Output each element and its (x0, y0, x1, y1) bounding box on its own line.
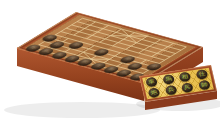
piece-glyph: 卒 (97, 50, 107, 54)
piece-glyph: 車 (29, 46, 39, 50)
drawer-piece-glyph: 炮 (150, 90, 158, 96)
piece-glyph: 馬 (42, 50, 52, 54)
drawer-piece[interactable]: 相 (179, 71, 192, 82)
piece-glyph: 卒 (71, 43, 81, 47)
drawer-piece[interactable]: 馬 (162, 74, 175, 85)
piece-glyph: 象 (106, 68, 116, 72)
board-piece-p[interactable]: 卒 (66, 41, 86, 50)
piece-glyph: 士 (93, 64, 103, 68)
piece-glyph: 卒 (149, 65, 159, 69)
drawer-piece-glyph: 兵 (167, 87, 175, 93)
drawer-piece[interactable]: 車 (145, 77, 158, 88)
drawer-piece-glyph: 兵 (184, 85, 192, 91)
piece-glyph: 象 (55, 53, 65, 57)
piece-glyph: 將 (80, 60, 90, 64)
board-piece-p[interactable]: 卒 (92, 48, 112, 57)
drawer-piece-glyph: 車 (148, 79, 156, 85)
drawer-piece[interactable]: 兵 (164, 85, 177, 96)
scene: 卒卒卒卒卒砲砲車馬象士將士象馬車 車馬相仕炮兵兵帥 (0, 0, 220, 133)
drawer-piece[interactable]: 兵 (181, 82, 194, 93)
drawer-piece[interactable]: 炮 (148, 87, 161, 98)
piece-glyph: 卒 (123, 58, 133, 62)
piece-glyph: 馬 (119, 71, 129, 75)
drawer-piece-glyph: 馬 (165, 76, 173, 82)
piece-glyph: 砲 (52, 43, 62, 47)
drawer-piece[interactable]: 帥 (198, 80, 211, 91)
drawer-piece[interactable]: 仕 (195, 69, 208, 80)
piece-glyph: 砲 (130, 64, 140, 68)
piece-glyph: 士 (68, 57, 78, 61)
drawer-piece-glyph: 仕 (198, 71, 206, 77)
drawer-piece-glyph: 帥 (200, 82, 208, 88)
piece-glyph: 卒 (45, 36, 55, 40)
drawer-piece-glyph: 相 (181, 74, 189, 80)
